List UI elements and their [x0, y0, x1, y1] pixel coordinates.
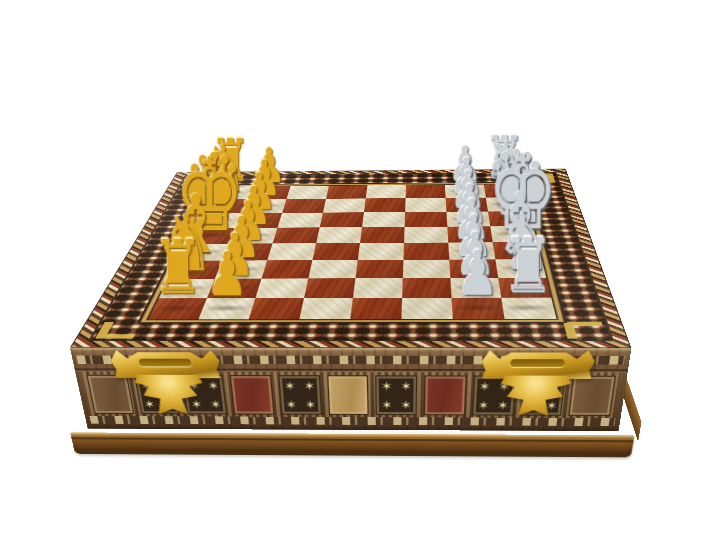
square-c4: [320, 212, 364, 227]
piece-silver-rook-h8: ♜: [488, 231, 569, 307]
square-d5: [360, 227, 405, 243]
square-b8: [486, 197, 530, 211]
square-b7: [446, 198, 488, 212]
square-d4: [316, 227, 362, 243]
square-b5: [364, 198, 406, 212]
front-panel-star: ✶✶✶✶: [278, 375, 322, 415]
brass-clasp-right: [478, 350, 596, 417]
star-inlay-icon: ✶: [381, 380, 392, 392]
square-c3: [277, 213, 322, 228]
front-panel-tan: [327, 375, 369, 415]
pawn-glyph: ♟: [196, 244, 259, 305]
square-a1: [208, 186, 252, 199]
clasp-shield-icon: [133, 375, 206, 415]
square-b4: [323, 198, 366, 212]
clasp-plate-icon: [109, 350, 222, 378]
square-b1: [201, 199, 247, 213]
square-a6: [406, 185, 446, 198]
square-c2: [236, 213, 283, 228]
square-a8: [484, 184, 526, 197]
square-a3: [286, 186, 328, 199]
plinth-base: [70, 432, 635, 457]
star-inlay-icon: ✶: [381, 399, 392, 410]
square-a5: [366, 185, 406, 198]
chess-box: ♜♞♝♛♚♝♞♜♟♟♟♟♟♟♟♟♟♟♟♟♟♟♟♟♜♞♝♛♚♝♞♜ ✶✶✶✶✶✶✶…: [70, 169, 632, 348]
star-inlay-icon: ✶: [303, 380, 315, 392]
square-c7: [446, 212, 490, 227]
star-inlay-icon: ✶: [401, 380, 412, 392]
clasp-plate-icon: [481, 350, 597, 379]
front-panel-star: ✶✶✶✶: [376, 375, 418, 415]
front-panel-red: [424, 375, 467, 415]
front-frieze-bottom: [89, 416, 615, 426]
square-b3: [282, 199, 326, 213]
square-b2: [241, 199, 286, 213]
star-inlay-icon: ✶: [285, 399, 297, 410]
square-d2: [229, 228, 277, 244]
pawn-glyph: ♟: [445, 242, 509, 303]
square-a2: [247, 186, 290, 199]
square-c8: [488, 211, 533, 226]
square-d1: [186, 228, 236, 244]
square-c5: [362, 212, 405, 227]
square-b6: [405, 198, 446, 212]
square-c1: [194, 213, 242, 228]
star-inlay-icon: ✶: [401, 399, 412, 410]
square-c6: [405, 212, 448, 227]
brass-clasp-left: [109, 350, 227, 415]
square-a4: [326, 185, 367, 198]
piece-silver-pawn-h7: ♟: [437, 245, 517, 307]
chess-set-product-photo: Overhead-angle product photo of an ornat…: [0, 0, 720, 540]
star-inlay-icon: ✶: [284, 380, 296, 392]
square-d3: [273, 227, 320, 243]
box-front-face: ✶✶✶✶✶✶✶✶✶✶✶✶✶✶✶✶✶✶✶✶✶✶✶✶: [70, 348, 632, 432]
square-a7: [445, 184, 486, 197]
star-inlay-icon: ✶: [305, 399, 316, 410]
piece-gold-pawn-h2: ♟: [188, 247, 267, 308]
rook-glyph: ♜: [496, 228, 560, 304]
front-panel-red: [230, 375, 275, 415]
